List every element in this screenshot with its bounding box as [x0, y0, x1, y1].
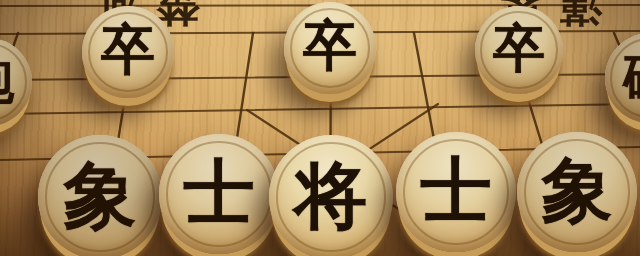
piece-character: 砲: [0, 54, 14, 106]
piece-character: 将: [295, 158, 368, 231]
xiangqi-photo-scene: 楚河 漢界 卒卒卒砲砲象士将士象: [0, 0, 640, 256]
piece-character: 象: [64, 158, 137, 231]
piece-black-general-e[interactable]: 将: [269, 135, 393, 256]
piece-black-elephant-c[interactable]: 象: [38, 135, 162, 256]
piece-black-soldier-g[interactable]: 卒: [475, 6, 563, 94]
piece-character: 士: [184, 156, 255, 227]
piece-black-elephant-g[interactable]: 象: [517, 132, 637, 252]
piece-character: 象: [542, 154, 613, 225]
piece-black-soldier-e[interactable]: 卒: [284, 2, 376, 94]
piece-character: 砲: [624, 50, 640, 103]
piece-character: 卒: [101, 23, 155, 77]
piece-character: 卒: [493, 22, 545, 74]
piece-character: 卒: [303, 19, 357, 73]
piece-black-soldier-c[interactable]: 卒: [82, 6, 174, 98]
piece-character: 士: [421, 154, 492, 225]
piece-black-advisor-d[interactable]: 士: [159, 134, 279, 254]
piece-black-advisor-f[interactable]: 士: [396, 132, 516, 252]
rank-line-3: [0, 104, 640, 114]
